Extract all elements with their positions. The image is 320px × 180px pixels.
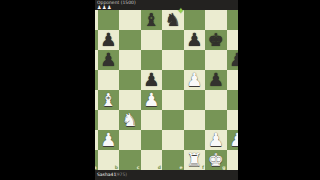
square-b4[interactable]: ♝ [98, 90, 120, 110]
white-p-piece-f5: ♟ [184, 70, 206, 90]
square-g1[interactable]: ♚g [205, 150, 227, 170]
square-f3[interactable] [184, 110, 206, 130]
square-f8[interactable] [184, 10, 206, 30]
square-g5[interactable]: ♟ [205, 70, 227, 90]
square-c8[interactable] [119, 10, 141, 30]
square-c5[interactable] [119, 70, 141, 90]
square-h1[interactable]: h [227, 150, 239, 170]
square-g4[interactable] [205, 90, 227, 110]
square-h3[interactable] [227, 110, 239, 130]
square-g2[interactable]: ♟ [205, 130, 227, 150]
bottom-player-rating: (975) [115, 172, 127, 177]
black-p-piece-b6: ♟ [98, 50, 120, 70]
square-e3[interactable] [162, 110, 184, 130]
square-f1[interactable]: ♜f [184, 150, 206, 170]
square-b7[interactable]: ♟ [98, 30, 120, 50]
chess-board[interactable]: ♜♝♞✦♟♟♚♟♟♟♟♟♝♟♞♟♟♟abcde♜f♚gh [95, 10, 238, 170]
square-g8[interactable] [205, 10, 227, 30]
square-f5[interactable]: ♟ [184, 70, 206, 90]
white-b-piece-b4: ♝ [98, 90, 120, 110]
square-h7[interactable] [227, 30, 239, 50]
square-d3[interactable] [141, 110, 163, 130]
black-p-piece-h6: ♟ [227, 50, 239, 70]
square-f6[interactable] [184, 50, 206, 70]
square-f2[interactable] [184, 130, 206, 150]
square-d5[interactable]: ♟ [141, 70, 163, 90]
square-e4[interactable] [162, 90, 184, 110]
square-b3[interactable] [98, 110, 120, 130]
square-e6[interactable] [162, 50, 184, 70]
square-f7[interactable]: ♟ [184, 30, 206, 50]
black-p-piece-f7: ♟ [184, 30, 206, 50]
white-n-piece-c3: ♞ [119, 110, 141, 130]
square-d6[interactable] [141, 50, 163, 70]
top-player-captured-pieces: ♟♟♟ [97, 5, 112, 10]
bottom-player-bar: Sasha41 (975) [95, 170, 238, 180]
bottom-player-name: Sasha41 [97, 172, 116, 177]
white-p-piece-b2: ♟ [98, 130, 120, 150]
square-c1[interactable]: c [119, 150, 141, 170]
square-e1[interactable]: e [162, 150, 184, 170]
black-p-piece-b7: ♟ [98, 30, 120, 50]
square-h8[interactable] [227, 10, 239, 30]
square-h2[interactable]: ♟ [227, 130, 239, 150]
square-d2[interactable] [141, 130, 163, 150]
square-c4[interactable] [119, 90, 141, 110]
square-d1[interactable]: d [141, 150, 163, 170]
square-c6[interactable] [119, 50, 141, 70]
black-b-piece-d8: ♝ [141, 10, 163, 30]
square-h5[interactable] [227, 70, 239, 90]
square-b5[interactable] [98, 70, 120, 90]
square-e8[interactable]: ♞✦ [162, 10, 184, 30]
black-p-piece-d5: ♟ [141, 70, 163, 90]
white-p-piece-g2: ♟ [205, 130, 227, 150]
best-move-star-icon: ✦ [177, 7, 185, 16]
black-p-piece-g5: ♟ [205, 70, 227, 90]
square-c3[interactable]: ♞ [119, 110, 141, 130]
square-b6[interactable]: ♟ [98, 50, 120, 70]
square-e2[interactable] [162, 130, 184, 150]
square-g6[interactable] [205, 50, 227, 70]
square-e5[interactable] [162, 70, 184, 90]
square-c2[interactable] [119, 130, 141, 150]
square-b2[interactable]: ♟ [98, 130, 120, 150]
square-b1[interactable]: b [98, 150, 120, 170]
square-f4[interactable] [184, 90, 206, 110]
square-d8[interactable]: ♝ [141, 10, 163, 30]
square-h6[interactable]: ♟ [227, 50, 239, 70]
chess-video-frame: Opponent (1500) ♟♟♟ ♜♝♞✦♟♟♚♟♟♟♟♟♝♟♞♟♟♟ab… [95, 0, 238, 180]
square-e7[interactable] [162, 30, 184, 50]
square-g7[interactable]: ♚ [205, 30, 227, 50]
white-p-piece-d4: ♟ [141, 90, 163, 110]
square-h4[interactable] [227, 90, 239, 110]
square-g3[interactable] [205, 110, 227, 130]
black-k-piece-g7: ♚ [205, 30, 227, 50]
white-p-piece-h2: ♟ [227, 130, 239, 150]
square-c7[interactable] [119, 30, 141, 50]
screenshot-stage: Opponent (1500) ♟♟♟ ♜♝♞✦♟♟♚♟♟♟♟♟♝♟♞♟♟♟ab… [0, 0, 320, 180]
square-d4[interactable]: ♟ [141, 90, 163, 110]
square-d7[interactable] [141, 30, 163, 50]
square-b8[interactable] [98, 10, 120, 30]
